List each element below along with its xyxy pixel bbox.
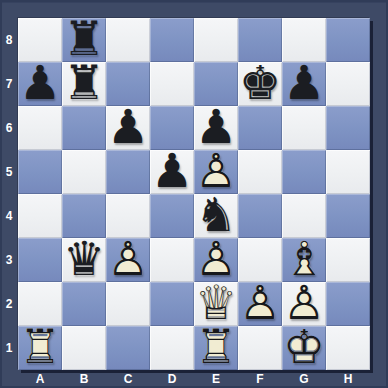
- black-piece-glyph: ♟: [282, 61, 326, 105]
- square-b4[interactable]: [62, 194, 106, 238]
- square-d1[interactable]: [150, 326, 194, 370]
- white-king-g1: ♚♔: [282, 326, 326, 370]
- black-piece-glyph: ♛: [62, 237, 106, 281]
- square-g7[interactable]: ♟: [282, 62, 326, 106]
- square-d6[interactable]: [150, 106, 194, 150]
- white-piece-fill-glyph: ♜: [18, 325, 62, 369]
- square-g4[interactable]: [282, 194, 326, 238]
- square-a7[interactable]: ♟: [18, 62, 62, 106]
- square-g2[interactable]: ♟♙: [282, 282, 326, 326]
- square-e4[interactable]: ♞: [194, 194, 238, 238]
- file-label-b: B: [62, 370, 106, 388]
- white-pawn-e3: ♟♙: [194, 238, 238, 282]
- square-e3[interactable]: ♟♙: [194, 238, 238, 282]
- square-d4[interactable]: [150, 194, 194, 238]
- square-h6[interactable]: [326, 106, 370, 150]
- square-f5[interactable]: [238, 150, 282, 194]
- square-b7[interactable]: ♜: [62, 62, 106, 106]
- file-label-g: G: [282, 370, 326, 388]
- white-pawn-e5: ♟♙: [194, 150, 238, 194]
- square-f8[interactable]: [238, 18, 282, 62]
- square-b3[interactable]: ♛: [62, 238, 106, 282]
- black-piece-glyph: ♟: [150, 149, 194, 193]
- square-f1[interactable]: [238, 326, 282, 370]
- white-rook-a1: ♜♖: [18, 326, 62, 370]
- square-g5[interactable]: [282, 150, 326, 194]
- square-b6[interactable]: [62, 106, 106, 150]
- white-piece-outline-glyph: ♙: [194, 149, 238, 193]
- white-piece-fill-glyph: ♛: [194, 281, 238, 325]
- square-e8[interactable]: [194, 18, 238, 62]
- white-piece-fill-glyph: ♟: [238, 281, 282, 325]
- square-g3[interactable]: ♝♗: [282, 238, 326, 282]
- white-piece-fill-glyph: ♟: [282, 281, 326, 325]
- white-piece-outline-glyph: ♙: [238, 281, 282, 325]
- square-f4[interactable]: [238, 194, 282, 238]
- rank-label-1: 1: [0, 326, 18, 370]
- square-d3[interactable]: [150, 238, 194, 282]
- white-piece-outline-glyph: ♖: [194, 325, 238, 369]
- white-queen-e2: ♛♕: [194, 282, 238, 326]
- rank-label-4: 4: [0, 194, 18, 238]
- square-h1[interactable]: [326, 326, 370, 370]
- black-king-f7: ♚: [238, 62, 282, 106]
- square-a3[interactable]: [18, 238, 62, 282]
- file-label-a: A: [18, 370, 62, 388]
- square-c8[interactable]: [106, 18, 150, 62]
- white-pawn-g2: ♟♙: [282, 282, 326, 326]
- square-e7[interactable]: [194, 62, 238, 106]
- white-piece-fill-glyph: ♟: [106, 237, 150, 281]
- rank-labels: 87654321: [0, 18, 18, 370]
- black-pawn-c6: ♟: [106, 106, 150, 150]
- white-piece-outline-glyph: ♗: [282, 237, 326, 281]
- square-g6[interactable]: [282, 106, 326, 150]
- black-rook-b8: ♜: [62, 18, 106, 62]
- white-piece-outline-glyph: ♙: [194, 237, 238, 281]
- black-queen-b3: ♛: [62, 238, 106, 282]
- square-c3[interactable]: ♟♙: [106, 238, 150, 282]
- square-h8[interactable]: [326, 18, 370, 62]
- square-d5[interactable]: ♟: [150, 150, 194, 194]
- black-piece-glyph: ♟: [106, 105, 150, 149]
- square-f6[interactable]: [238, 106, 282, 150]
- black-pawn-a7: ♟: [18, 62, 62, 106]
- chess-board: ♜♟♜♚♟♟♟♟♟♙♞♛♟♙♟♙♝♗♛♕♟♙♟♙♜♖♜♖♚♔: [18, 18, 370, 370]
- square-h4[interactable]: [326, 194, 370, 238]
- square-d8[interactable]: [150, 18, 194, 62]
- white-pawn-c3: ♟♙: [106, 238, 150, 282]
- black-rook-b7: ♜: [62, 62, 106, 106]
- file-labels: ABCDEFGH: [18, 370, 370, 388]
- rank-label-2: 2: [0, 282, 18, 326]
- square-a6[interactable]: [18, 106, 62, 150]
- square-b2[interactable]: [62, 282, 106, 326]
- square-d2[interactable]: [150, 282, 194, 326]
- white-piece-fill-glyph: ♟: [194, 149, 238, 193]
- white-piece-fill-glyph: ♜: [194, 325, 238, 369]
- square-f3[interactable]: [238, 238, 282, 282]
- white-pawn-f2: ♟♙: [238, 282, 282, 326]
- square-d7[interactable]: [150, 62, 194, 106]
- square-g1[interactable]: ♚♔: [282, 326, 326, 370]
- square-h7[interactable]: [326, 62, 370, 106]
- black-pawn-g7: ♟: [282, 62, 326, 106]
- square-c5[interactable]: [106, 150, 150, 194]
- black-knight-e4: ♞: [194, 194, 238, 238]
- file-label-h: H: [326, 370, 370, 388]
- black-pawn-d5: ♟: [150, 150, 194, 194]
- white-bishop-g3: ♝♗: [282, 238, 326, 282]
- square-b1[interactable]: [62, 326, 106, 370]
- white-piece-outline-glyph: ♔: [282, 325, 326, 369]
- rank-label-7: 7: [0, 62, 18, 106]
- square-h3[interactable]: [326, 238, 370, 282]
- file-label-e: E: [194, 370, 238, 388]
- square-f7[interactable]: ♚: [238, 62, 282, 106]
- white-piece-outline-glyph: ♕: [194, 281, 238, 325]
- square-b5[interactable]: [62, 150, 106, 194]
- square-a4[interactable]: [18, 194, 62, 238]
- black-piece-glyph: ♚: [238, 61, 282, 105]
- square-h2[interactable]: [326, 282, 370, 326]
- square-a5[interactable]: [18, 150, 62, 194]
- black-piece-glyph: ♜: [62, 61, 106, 105]
- black-pawn-e6: ♟: [194, 106, 238, 150]
- white-piece-fill-glyph: ♝: [282, 237, 326, 281]
- rank-label-5: 5: [0, 150, 18, 194]
- square-a2[interactable]: [18, 282, 62, 326]
- square-c6[interactable]: ♟: [106, 106, 150, 150]
- file-label-d: D: [150, 370, 194, 388]
- white-piece-fill-glyph: ♟: [194, 237, 238, 281]
- square-c2[interactable]: [106, 282, 150, 326]
- white-piece-outline-glyph: ♖: [18, 325, 62, 369]
- file-label-f: F: [238, 370, 282, 388]
- square-f2[interactable]: ♟♙: [238, 282, 282, 326]
- square-e1[interactable]: ♜♖: [194, 326, 238, 370]
- black-piece-glyph: ♟: [194, 105, 238, 149]
- square-h5[interactable]: [326, 150, 370, 194]
- black-piece-glyph: ♟: [18, 61, 62, 105]
- white-rook-e1: ♜♖: [194, 326, 238, 370]
- rank-label-6: 6: [0, 106, 18, 150]
- square-c1[interactable]: [106, 326, 150, 370]
- square-c4[interactable]: [106, 194, 150, 238]
- white-piece-fill-glyph: ♚: [282, 325, 326, 369]
- square-a8[interactable]: [18, 18, 62, 62]
- chess-board-frame: 87654321 ♜♟♜♚♟♟♟♟♟♙♞♛♟♙♟♙♝♗♛♕♟♙♟♙♜♖♜♖♚♔ …: [0, 0, 388, 388]
- rank-label-8: 8: [0, 18, 18, 62]
- square-e2[interactable]: ♛♕: [194, 282, 238, 326]
- rank-label-3: 3: [0, 238, 18, 282]
- white-piece-outline-glyph: ♙: [282, 281, 326, 325]
- square-g8[interactable]: [282, 18, 326, 62]
- black-piece-glyph: ♜: [62, 17, 106, 61]
- file-label-c: C: [106, 370, 150, 388]
- square-e6[interactable]: ♟: [194, 106, 238, 150]
- square-a1[interactable]: ♜♖: [18, 326, 62, 370]
- square-c7[interactable]: [106, 62, 150, 106]
- square-b8[interactable]: ♜: [62, 18, 106, 62]
- square-e5[interactable]: ♟♙: [194, 150, 238, 194]
- white-piece-outline-glyph: ♙: [106, 237, 150, 281]
- black-piece-glyph: ♞: [194, 193, 238, 237]
